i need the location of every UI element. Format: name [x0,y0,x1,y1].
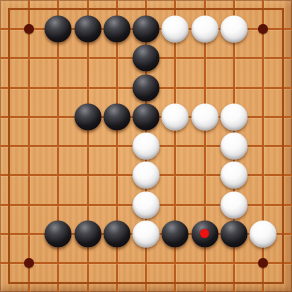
black-stone[interactable] [220,220,247,247]
black-stone[interactable] [74,103,101,130]
white-stone[interactable] [133,220,160,247]
white-stone[interactable] [220,162,247,189]
grid-line-vertical [262,0,264,292]
black-stone[interactable] [133,74,160,101]
black-stone[interactable] [74,16,101,43]
last-move-marker [200,229,209,238]
white-stone[interactable] [191,16,218,43]
black-stone[interactable] [133,103,160,130]
black-stone[interactable] [133,16,160,43]
white-stone[interactable] [220,103,247,130]
black-stone[interactable] [133,45,160,72]
black-stone[interactable] [162,220,189,247]
white-stone[interactable] [191,103,218,130]
white-stone[interactable] [162,103,189,130]
corner-star-dot [24,258,34,268]
grid-line-horizontal [0,262,292,264]
white-stone[interactable] [162,16,189,43]
white-stone[interactable] [250,220,277,247]
black-stone[interactable] [103,103,130,130]
white-stone[interactable] [220,133,247,160]
corner-star-dot [258,24,268,34]
white-stone[interactable] [133,162,160,189]
corner-star-dot [258,258,268,268]
go-board[interactable] [0,0,292,292]
black-stone[interactable] [74,220,101,247]
black-stone[interactable] [103,220,130,247]
white-stone[interactable] [133,191,160,218]
white-stone[interactable] [220,191,247,218]
white-stone[interactable] [133,133,160,160]
corner-star-dot [24,24,34,34]
black-stone[interactable] [45,16,72,43]
black-stone[interactable] [45,220,72,247]
black-stone[interactable] [191,220,218,247]
grid-line-vertical [204,0,206,292]
black-stone[interactable] [103,16,130,43]
white-stone[interactable] [220,16,247,43]
grid-line-vertical [174,0,176,292]
